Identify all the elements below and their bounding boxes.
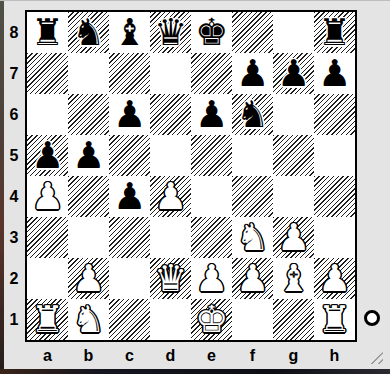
square-c6[interactable]: ♟	[109, 94, 150, 135]
square-b6[interactable]	[68, 94, 109, 135]
piece-black-knight[interactable]: ♞	[68, 12, 109, 53]
square-b5[interactable]: ♟	[68, 135, 109, 176]
square-g3[interactable]: ♟	[273, 217, 314, 258]
rank-label-7: 7	[4, 53, 24, 94]
square-e3[interactable]	[191, 217, 232, 258]
square-b7[interactable]	[68, 53, 109, 94]
square-f2[interactable]: ♟	[232, 258, 273, 299]
square-a4[interactable]: ♟	[27, 176, 68, 217]
square-c5[interactable]	[109, 135, 150, 176]
square-e7[interactable]	[191, 53, 232, 94]
piece-white-pawn[interactable]: ♟	[314, 258, 355, 299]
piece-black-rook[interactable]: ♜	[314, 12, 355, 53]
square-g1[interactable]	[273, 299, 314, 340]
square-h7[interactable]: ♟	[314, 53, 355, 94]
square-a8[interactable]: ♜	[27, 12, 68, 53]
square-e6[interactable]: ♟	[191, 94, 232, 135]
piece-black-bishop[interactable]: ♝	[109, 12, 150, 53]
square-g4[interactable]	[273, 176, 314, 217]
piece-black-pawn[interactable]: ♟	[27, 135, 68, 176]
square-h8[interactable]: ♜	[314, 12, 355, 53]
rank-label-8: 8	[4, 12, 24, 53]
chess-board[interactable]: ♜♞♝♛♚♜♟♟♟♟♟♞♟♟♟♟♟♞♟♟♛♟♟♝♟♜♞♚♜	[25, 10, 357, 342]
desktop-edge-bottom	[0, 369, 390, 374]
rank-label-2: 2	[4, 258, 24, 299]
resize-grip-icon[interactable]	[368, 352, 383, 364]
square-c1[interactable]	[109, 299, 150, 340]
file-label-f: f	[232, 345, 273, 367]
square-a1[interactable]: ♜	[27, 299, 68, 340]
file-label-d: d	[150, 345, 191, 367]
piece-white-queen[interactable]: ♛	[150, 258, 191, 299]
piece-black-pawn[interactable]: ♟	[191, 94, 232, 135]
square-e4[interactable]	[191, 176, 232, 217]
square-g6[interactable]	[273, 94, 314, 135]
square-b1[interactable]: ♞	[68, 299, 109, 340]
rank-label-4: 4	[4, 176, 24, 217]
square-g7[interactable]: ♟	[273, 53, 314, 94]
piece-black-pawn[interactable]: ♟	[314, 53, 355, 94]
square-g8[interactable]	[273, 12, 314, 53]
piece-black-knight[interactable]: ♞	[232, 94, 273, 135]
square-f7[interactable]: ♟	[232, 53, 273, 94]
square-e1[interactable]: ♚	[191, 299, 232, 340]
square-g2[interactable]: ♝	[273, 258, 314, 299]
square-f4[interactable]	[232, 176, 273, 217]
square-c8[interactable]: ♝	[109, 12, 150, 53]
square-a5[interactable]: ♟	[27, 135, 68, 176]
square-f6[interactable]: ♞	[232, 94, 273, 135]
piece-white-pawn[interactable]: ♟	[273, 217, 314, 258]
square-f3[interactable]: ♞	[232, 217, 273, 258]
piece-black-rook[interactable]: ♜	[27, 12, 68, 53]
square-h2[interactable]: ♟	[314, 258, 355, 299]
file-label-c: c	[109, 345, 150, 367]
square-g5[interactable]	[273, 135, 314, 176]
square-e5[interactable]	[191, 135, 232, 176]
file-label-a: a	[27, 345, 68, 367]
square-d4[interactable]: ♟	[150, 176, 191, 217]
square-d7[interactable]	[150, 53, 191, 94]
square-b8[interactable]: ♞	[68, 12, 109, 53]
square-h5[interactable]	[314, 135, 355, 176]
rank-label-6: 6	[4, 94, 24, 135]
piece-white-rook[interactable]: ♜	[314, 299, 355, 340]
square-e2[interactable]: ♟	[191, 258, 232, 299]
rank-label-3: 3	[4, 217, 24, 258]
square-c4[interactable]: ♟	[109, 176, 150, 217]
piece-white-pawn[interactable]: ♟	[150, 176, 191, 217]
file-label-h: h	[314, 345, 355, 367]
square-c7[interactable]	[109, 53, 150, 94]
piece-white-knight[interactable]: ♞	[68, 299, 109, 340]
square-c3[interactable]	[109, 217, 150, 258]
square-b4[interactable]	[68, 176, 109, 217]
piece-white-pawn[interactable]: ♟	[232, 258, 273, 299]
square-h4[interactable]	[314, 176, 355, 217]
piece-white-rook[interactable]: ♜	[27, 299, 68, 340]
piece-black-pawn[interactable]: ♟	[273, 53, 314, 94]
square-h1[interactable]: ♜	[314, 299, 355, 340]
piece-black-pawn[interactable]: ♟	[109, 94, 150, 135]
square-a6[interactable]	[27, 94, 68, 135]
square-d8[interactable]: ♛	[150, 12, 191, 53]
square-h3[interactable]	[314, 217, 355, 258]
piece-white-bishop[interactable]: ♝	[273, 258, 314, 299]
square-d2[interactable]: ♛	[150, 258, 191, 299]
piece-black-pawn[interactable]: ♟	[109, 176, 150, 217]
square-d6[interactable]	[150, 94, 191, 135]
square-a7[interactable]	[27, 53, 68, 94]
rank-label-5: 5	[4, 135, 24, 176]
square-e8[interactable]: ♚	[191, 12, 232, 53]
piece-black-queen[interactable]: ♛	[150, 12, 191, 53]
file-label-g: g	[273, 345, 314, 367]
piece-white-knight[interactable]: ♞	[232, 217, 273, 258]
file-label-e: e	[191, 345, 232, 367]
piece-black-king[interactable]: ♚	[191, 12, 232, 53]
file-labels: abcdefgh	[27, 345, 355, 367]
piece-black-pawn[interactable]: ♟	[68, 135, 109, 176]
square-b3[interactable]	[68, 217, 109, 258]
piece-white-pawn[interactable]: ♟	[191, 258, 232, 299]
square-d1[interactable]	[150, 299, 191, 340]
square-b2[interactable]: ♟	[68, 258, 109, 299]
white-to-move-indicator	[364, 310, 380, 326]
rank-labels: 87654321	[4, 12, 24, 340]
piece-white-pawn[interactable]: ♟	[27, 176, 68, 217]
piece-black-pawn[interactable]: ♟	[232, 53, 273, 94]
piece-white-king[interactable]: ♚	[191, 299, 232, 340]
square-f8[interactable]	[232, 12, 273, 53]
square-d3[interactable]	[150, 217, 191, 258]
file-label-b: b	[68, 345, 109, 367]
square-a2[interactable]	[27, 258, 68, 299]
chess-diagram-window: 87654321 ♜♞♝♛♚♜♟♟♟♟♟♞♟♟♟♟♟♞♟♟♛♟♟♝♟♜♞♚♜ a…	[0, 0, 390, 374]
square-h6[interactable]	[314, 94, 355, 135]
piece-white-pawn[interactable]: ♟	[68, 258, 109, 299]
square-f5[interactable]	[232, 135, 273, 176]
square-c2[interactable]	[109, 258, 150, 299]
rank-label-1: 1	[4, 299, 24, 340]
square-f1[interactable]	[232, 299, 273, 340]
square-a3[interactable]	[27, 217, 68, 258]
square-d5[interactable]	[150, 135, 191, 176]
